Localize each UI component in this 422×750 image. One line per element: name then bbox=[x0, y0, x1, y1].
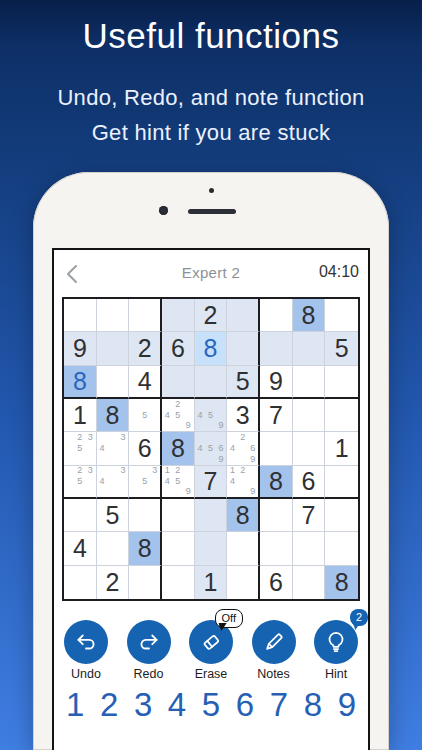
note-digit: 5 bbox=[75, 443, 86, 454]
note-digit: 4 bbox=[97, 476, 108, 486]
note-digit: 5 bbox=[75, 476, 86, 486]
cell-r5c2[interactable]: 34 bbox=[97, 432, 130, 465]
digit: 8 bbox=[138, 536, 152, 561]
erase-off-badge: Off bbox=[215, 609, 243, 628]
cell-r4c7[interactable]: 7 bbox=[260, 399, 293, 432]
note-digit bbox=[107, 432, 118, 443]
cell-r4c1[interactable]: 1 bbox=[64, 399, 97, 432]
numpad-3[interactable]: 3 bbox=[134, 688, 152, 721]
pencil-notes: 2469 bbox=[227, 432, 258, 464]
note-digit: 9 bbox=[248, 454, 258, 465]
note-digit bbox=[85, 476, 96, 486]
hint-count-badge: 2 bbox=[350, 609, 368, 626]
redo-icon[interactable] bbox=[127, 620, 171, 664]
undo-icon[interactable] bbox=[64, 620, 108, 664]
cell-r2c3[interactable]: 2 bbox=[129, 332, 162, 365]
cell-r7c1[interactable] bbox=[64, 499, 97, 532]
numpad-2[interactable]: 2 bbox=[100, 688, 118, 721]
note-digit bbox=[107, 487, 118, 497]
cell-r9c1[interactable] bbox=[64, 566, 97, 599]
note-digit bbox=[118, 454, 129, 465]
cell-r8c7[interactable] bbox=[260, 532, 293, 565]
note-digit bbox=[129, 410, 139, 421]
pencil-notes: 235 bbox=[64, 432, 96, 464]
cell-r4c4[interactable]: 2459 bbox=[162, 399, 195, 432]
cell-r5c8[interactable] bbox=[293, 432, 326, 465]
note-digit bbox=[173, 421, 184, 432]
cell-r6c2[interactable]: 34 bbox=[97, 466, 130, 499]
note-digit bbox=[118, 443, 129, 454]
cell-r9c9[interactable]: 8 bbox=[325, 566, 358, 599]
cell-r9c7[interactable]: 6 bbox=[260, 566, 293, 599]
cell-r4c5[interactable]: 459 bbox=[195, 399, 228, 432]
note-digit bbox=[118, 487, 129, 497]
cell-r6c5[interactable]: 7 bbox=[195, 466, 228, 499]
digit: 9 bbox=[73, 336, 87, 361]
pencil-notes: 459 bbox=[195, 399, 227, 431]
note-digit bbox=[227, 487, 237, 497]
cell-r3c9[interactable] bbox=[325, 366, 358, 399]
cell-r1c6[interactable] bbox=[227, 299, 260, 332]
cell-r7c2[interactable]: 5 bbox=[97, 499, 130, 532]
note-digit bbox=[248, 476, 258, 486]
cell-r2c5[interactable]: 8 bbox=[195, 332, 228, 365]
notes-label: Notes bbox=[250, 667, 298, 681]
note-digit: 4 bbox=[97, 443, 108, 454]
cell-r8c3[interactable]: 8 bbox=[129, 532, 162, 565]
note-digit bbox=[183, 466, 194, 476]
note-digit: 9 bbox=[216, 454, 227, 465]
note-digit bbox=[64, 476, 75, 486]
note-digit bbox=[85, 487, 96, 497]
numpad-5[interactable]: 5 bbox=[202, 688, 220, 721]
digit: 8 bbox=[204, 336, 218, 361]
numpad-4[interactable]: 4 bbox=[168, 688, 186, 721]
cell-r6c8[interactable]: 6 bbox=[293, 466, 326, 499]
note-digit: 1 bbox=[162, 466, 173, 476]
digit: 4 bbox=[73, 536, 87, 561]
note-digit bbox=[195, 432, 206, 443]
note-digit bbox=[238, 454, 248, 465]
nav-bar: Expert 2 04:10 bbox=[54, 250, 368, 297]
cell-r2c6[interactable] bbox=[227, 332, 260, 365]
note-digit: 2 bbox=[75, 466, 86, 476]
note-digit: 3 bbox=[150, 466, 160, 476]
note-digit bbox=[107, 454, 118, 465]
note-digit bbox=[183, 476, 194, 486]
note-digit: 2 bbox=[238, 466, 248, 476]
page-title: Useful functions bbox=[0, 16, 422, 56]
app-screen: Expert 2 04:10 2892685845918524594593723… bbox=[52, 248, 370, 750]
numpad-9[interactable]: 9 bbox=[338, 688, 356, 721]
hint-label: Hint bbox=[312, 667, 360, 681]
pencil-notes: 235 bbox=[64, 466, 96, 497]
note-digit bbox=[64, 454, 75, 465]
numpad-6[interactable]: 6 bbox=[236, 688, 254, 721]
cell-r8c5[interactable] bbox=[195, 532, 228, 565]
proximity-sensor-dot bbox=[209, 188, 214, 193]
cell-r2c8[interactable] bbox=[293, 332, 326, 365]
undo-label: Undo bbox=[62, 667, 110, 681]
note-digit bbox=[195, 421, 206, 432]
digit: 8 bbox=[106, 403, 120, 428]
note-digit: 5 bbox=[140, 476, 150, 486]
digit: 7 bbox=[302, 503, 316, 528]
pencil-notes: 1249 bbox=[227, 466, 258, 497]
cell-r5c7[interactable] bbox=[260, 432, 293, 465]
pencil-notes: 12459 bbox=[162, 466, 194, 497]
cell-r2c1[interactable]: 9 bbox=[64, 332, 97, 365]
note-digit: 9 bbox=[248, 487, 258, 497]
digit: 7 bbox=[204, 469, 218, 494]
note-digit bbox=[216, 432, 227, 443]
note-digit bbox=[216, 410, 227, 421]
subtitle-line-1: Undo, Redo, and note function bbox=[0, 85, 422, 111]
note-digit bbox=[129, 476, 139, 486]
cell-r3c1[interactable]: 8 bbox=[64, 366, 97, 399]
note-digit bbox=[97, 432, 108, 443]
number-pad: 123456789 bbox=[54, 688, 368, 721]
pencil-notes: 4569 bbox=[195, 432, 227, 464]
note-digit bbox=[195, 454, 206, 465]
note-digit bbox=[140, 421, 150, 432]
cell-r9c3[interactable] bbox=[129, 566, 162, 599]
cell-r9c2[interactable]: 2 bbox=[97, 566, 130, 599]
note-digit: 4 bbox=[162, 410, 173, 421]
digit: 6 bbox=[302, 469, 316, 494]
note-digit bbox=[227, 432, 237, 443]
note-digit: 6 bbox=[248, 443, 258, 454]
subtitle-line-2: Get hint if you are stuck bbox=[0, 120, 422, 146]
note-digit: 6 bbox=[216, 443, 227, 454]
toolbar: Undo Redo Off Erase bbox=[54, 616, 368, 682]
digit: 1 bbox=[335, 436, 349, 461]
note-digit bbox=[97, 487, 108, 497]
note-digit bbox=[248, 432, 258, 443]
cell-r9c4[interactable] bbox=[162, 566, 195, 599]
note-digit: 4 bbox=[195, 410, 206, 421]
digit: 2 bbox=[138, 336, 152, 361]
cell-r1c4[interactable] bbox=[162, 299, 195, 332]
note-digit bbox=[150, 421, 160, 432]
cell-r1c2[interactable] bbox=[97, 299, 130, 332]
note-digit bbox=[107, 443, 118, 454]
note-digit bbox=[205, 454, 216, 465]
timer: 04:10 bbox=[319, 263, 359, 281]
note-digit: 4 bbox=[195, 443, 206, 454]
pencil-notes: 35 bbox=[129, 466, 160, 497]
cell-r4c3[interactable]: 5 bbox=[129, 399, 162, 432]
notes-button[interactable]: Notes bbox=[250, 616, 298, 682]
cell-r7c3[interactable] bbox=[129, 499, 162, 532]
note-digit bbox=[64, 466, 75, 476]
note-digit: 4 bbox=[227, 443, 237, 454]
cell-r3c2[interactable] bbox=[97, 366, 130, 399]
cell-r3c6[interactable]: 5 bbox=[227, 366, 260, 399]
note-digit bbox=[162, 399, 173, 410]
cell-r1c5[interactable]: 2 bbox=[195, 299, 228, 332]
cell-r6c9[interactable] bbox=[325, 466, 358, 499]
cell-r4c6[interactable]: 3 bbox=[227, 399, 260, 432]
cell-r2c4[interactable]: 6 bbox=[162, 332, 195, 365]
note-digit: 5 bbox=[205, 410, 216, 421]
digit: 8 bbox=[73, 369, 87, 394]
digit: 8 bbox=[236, 503, 250, 528]
note-digit: 5 bbox=[205, 443, 216, 454]
note-digit bbox=[85, 454, 96, 465]
cell-r7c4[interactable] bbox=[162, 499, 195, 532]
note-digit: 9 bbox=[183, 487, 194, 497]
cell-r7c7[interactable] bbox=[260, 499, 293, 532]
note-digit: 3 bbox=[85, 432, 96, 443]
cell-r2c7[interactable] bbox=[260, 332, 293, 365]
digit: 4 bbox=[138, 369, 152, 394]
digit: 6 bbox=[269, 570, 283, 595]
note-digit bbox=[238, 443, 248, 454]
note-digit: 3 bbox=[118, 466, 129, 476]
numpad-1[interactable]: 1 bbox=[66, 688, 84, 721]
note-digit bbox=[248, 466, 258, 476]
note-digit bbox=[227, 454, 237, 465]
cell-r6c7[interactable]: 8 bbox=[260, 466, 293, 499]
cell-r3c7[interactable]: 9 bbox=[260, 366, 293, 399]
note-digit: 4 bbox=[162, 476, 173, 486]
note-digit bbox=[97, 454, 108, 465]
note-digit bbox=[150, 476, 160, 486]
cell-r9c5[interactable]: 1 bbox=[195, 566, 228, 599]
digit: 8 bbox=[302, 303, 316, 328]
note-digit bbox=[162, 487, 173, 497]
note-digit bbox=[140, 466, 150, 476]
pencil-notes: 2459 bbox=[162, 399, 194, 431]
note-digit bbox=[75, 487, 86, 497]
digit: 5 bbox=[106, 503, 120, 528]
cell-r4c2[interactable]: 8 bbox=[97, 399, 130, 432]
note-digit bbox=[107, 476, 118, 486]
cell-r1c8[interactable]: 8 bbox=[293, 299, 326, 332]
note-digit: 2 bbox=[75, 432, 86, 443]
cell-r1c3[interactable] bbox=[129, 299, 162, 332]
note-digit bbox=[129, 399, 139, 410]
digit: 8 bbox=[269, 469, 283, 494]
erase-button[interactable]: Off Erase bbox=[187, 616, 235, 682]
pencil-notes: 34 bbox=[97, 466, 129, 497]
undo-button[interactable]: Undo bbox=[62, 616, 110, 682]
numpad-8[interactable]: 8 bbox=[304, 688, 322, 721]
pencil-notes: 5 bbox=[129, 399, 160, 431]
cell-r1c9[interactable] bbox=[325, 299, 358, 332]
front-camera bbox=[159, 206, 168, 215]
cell-r4c8[interactable] bbox=[293, 399, 326, 432]
digit: 3 bbox=[236, 403, 250, 428]
pencil-notes: 34 bbox=[97, 432, 129, 464]
note-digit bbox=[216, 399, 227, 410]
note-digit bbox=[183, 399, 194, 410]
cell-r8c1[interactable]: 4 bbox=[64, 532, 97, 565]
hint-button[interactable]: 2 Hint bbox=[312, 616, 360, 682]
note-digit bbox=[173, 487, 184, 497]
note-digit bbox=[205, 432, 216, 443]
note-digit bbox=[150, 399, 160, 410]
note-digit: 2 bbox=[173, 399, 184, 410]
cell-r5c4[interactable]: 8 bbox=[162, 432, 195, 465]
note-digit bbox=[162, 421, 173, 432]
cell-r8c9[interactable] bbox=[325, 532, 358, 565]
cell-r8c2[interactable] bbox=[97, 532, 130, 565]
note-digit bbox=[129, 487, 139, 497]
digit: 8 bbox=[335, 570, 349, 595]
digit: 6 bbox=[171, 336, 185, 361]
cell-r5c3[interactable]: 6 bbox=[129, 432, 162, 465]
cell-r8c4[interactable] bbox=[162, 532, 195, 565]
cell-r3c3[interactable]: 4 bbox=[129, 366, 162, 399]
lightbulb-icon[interactable] bbox=[314, 620, 358, 664]
note-digit bbox=[97, 466, 108, 476]
redo-button[interactable]: Redo bbox=[125, 616, 173, 682]
digit: 1 bbox=[73, 403, 87, 428]
note-digit bbox=[129, 466, 139, 476]
earpiece-speaker bbox=[188, 209, 236, 214]
note-digit bbox=[238, 476, 248, 486]
note-digit bbox=[75, 454, 86, 465]
note-digit bbox=[64, 432, 75, 443]
note-digit bbox=[85, 443, 96, 454]
note-digit bbox=[205, 421, 216, 432]
note-digit: 2 bbox=[173, 466, 184, 476]
cell-r6c6[interactable]: 1249 bbox=[227, 466, 260, 499]
cell-r3c8[interactable] bbox=[293, 366, 326, 399]
cell-r3c5[interactable] bbox=[195, 366, 228, 399]
cell-r6c1[interactable]: 235 bbox=[64, 466, 97, 499]
note-digit: 9 bbox=[216, 421, 227, 432]
note-digit bbox=[150, 410, 160, 421]
cell-r4c9[interactable] bbox=[325, 399, 358, 432]
cell-r5c9[interactable]: 1 bbox=[325, 432, 358, 465]
digit: 5 bbox=[335, 336, 349, 361]
note-digit: 5 bbox=[140, 410, 150, 421]
cell-r3c4[interactable] bbox=[162, 366, 195, 399]
note-digit bbox=[238, 487, 248, 497]
numpad-7[interactable]: 7 bbox=[270, 688, 288, 721]
cell-r5c1[interactable]: 235 bbox=[64, 432, 97, 465]
erase-label: Erase bbox=[187, 667, 235, 681]
cell-r7c8[interactable]: 7 bbox=[293, 499, 326, 532]
note-digit bbox=[140, 399, 150, 410]
digit: 9 bbox=[269, 369, 283, 394]
note-digit bbox=[150, 487, 160, 497]
note-digit: 3 bbox=[85, 466, 96, 476]
cell-r2c9[interactable]: 5 bbox=[325, 332, 358, 365]
note-digit bbox=[205, 399, 216, 410]
note-digit: 5 bbox=[173, 410, 184, 421]
digit: 1 bbox=[204, 570, 218, 595]
cell-r7c5[interactable] bbox=[195, 499, 228, 532]
cell-r6c4[interactable]: 12459 bbox=[162, 466, 195, 499]
note-digit: 1 bbox=[227, 466, 237, 476]
note-digit: 9 bbox=[183, 421, 194, 432]
cell-r5c6[interactable]: 2469 bbox=[227, 432, 260, 465]
digit: 2 bbox=[106, 570, 120, 595]
note-digit: 4 bbox=[227, 476, 237, 486]
digit: 8 bbox=[171, 436, 185, 461]
digit: 7 bbox=[269, 403, 283, 428]
redo-label: Redo bbox=[125, 667, 173, 681]
note-digit bbox=[64, 487, 75, 497]
cell-r7c9[interactable] bbox=[325, 499, 358, 532]
note-digit bbox=[64, 443, 75, 454]
pencil-icon[interactable] bbox=[252, 620, 296, 664]
cell-r6c3[interactable]: 35 bbox=[129, 466, 162, 499]
cell-r2c2[interactable] bbox=[97, 332, 130, 365]
digit: 6 bbox=[138, 436, 152, 461]
cell-r7c6[interactable]: 8 bbox=[227, 499, 260, 532]
digit: 5 bbox=[236, 369, 250, 394]
digit: 2 bbox=[204, 303, 218, 328]
cell-r8c8[interactable] bbox=[293, 532, 326, 565]
note-digit: 3 bbox=[118, 432, 129, 443]
note-digit bbox=[107, 466, 118, 476]
cell-r9c8[interactable] bbox=[293, 566, 326, 599]
note-digit: 2 bbox=[238, 432, 248, 443]
cell-r1c1[interactable] bbox=[64, 299, 97, 332]
cell-r5c5[interactable]: 4569 bbox=[195, 432, 228, 465]
note-digit bbox=[118, 476, 129, 486]
note-digit bbox=[129, 421, 139, 432]
note-digit bbox=[195, 399, 206, 410]
cell-r8c6[interactable] bbox=[227, 532, 260, 565]
note-digit bbox=[140, 487, 150, 497]
note-digit: 5 bbox=[173, 476, 184, 486]
note-digit bbox=[183, 410, 194, 421]
cell-r9c6[interactable] bbox=[227, 566, 260, 599]
cell-r1c7[interactable] bbox=[260, 299, 293, 332]
sudoku-grid: 2892685845918524594593723534684569246912… bbox=[62, 297, 360, 601]
